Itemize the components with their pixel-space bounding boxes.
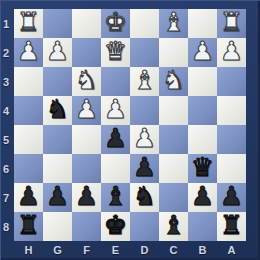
white-queen-e2[interactable]: ♛	[104, 37, 127, 66]
white-bishop-c1[interactable]: ♝	[162, 8, 185, 37]
square-d7[interactable]: ♞	[130, 183, 159, 212]
square-b3[interactable]	[188, 67, 217, 96]
square-h6[interactable]	[14, 154, 43, 183]
square-c1[interactable]: ♝	[159, 9, 188, 38]
square-e8[interactable]: ♚	[101, 212, 130, 241]
black-pawn-d6[interactable]: ♟	[133, 153, 156, 182]
white-rook-a1[interactable]: ♜	[220, 8, 243, 37]
rank-label-8: 8	[0, 212, 14, 241]
square-f1[interactable]	[72, 9, 101, 38]
square-f2[interactable]	[72, 38, 101, 67]
black-king-e8[interactable]: ♚	[104, 211, 127, 240]
square-e4[interactable]: ♟	[101, 96, 130, 125]
square-h2[interactable]: ♟	[14, 38, 43, 67]
square-f6[interactable]	[72, 154, 101, 183]
rank-label-1: 1	[0, 9, 14, 38]
file-label-c: C	[159, 241, 188, 260]
white-pawn-e4[interactable]: ♟	[104, 95, 127, 124]
file-label-f: F	[72, 241, 101, 260]
black-knight-g4[interactable]: ♞	[46, 95, 69, 124]
file-label-d: D	[130, 241, 159, 260]
white-pawn-a2[interactable]: ♟	[220, 37, 243, 66]
white-knight-c3[interactable]: ♞	[162, 66, 185, 95]
rank-label-4: 4	[0, 96, 14, 125]
rank-label-5: 5	[0, 125, 14, 154]
black-pawn-g7[interactable]: ♟	[46, 182, 69, 211]
white-bishop-d3[interactable]: ♝	[133, 66, 156, 95]
square-a1[interactable]: ♜	[217, 9, 246, 38]
square-d1[interactable]	[130, 9, 159, 38]
black-queen-b6[interactable]: ♛	[191, 153, 214, 182]
white-pawn-b2[interactable]: ♟	[191, 37, 214, 66]
square-c2[interactable]	[159, 38, 188, 67]
white-rook-h1[interactable]: ♜	[17, 8, 40, 37]
square-c3[interactable]: ♞	[159, 67, 188, 96]
white-pawn-d5[interactable]: ♟	[133, 124, 156, 153]
square-h7[interactable]: ♟	[14, 183, 43, 212]
square-b7[interactable]: ♟	[188, 183, 217, 212]
black-knight-d7[interactable]: ♞	[133, 182, 156, 211]
square-h5[interactable]	[14, 125, 43, 154]
square-e6[interactable]	[101, 154, 130, 183]
square-h4[interactable]	[14, 96, 43, 125]
square-a6[interactable]	[217, 154, 246, 183]
file-label-b: B	[188, 241, 217, 260]
square-e2[interactable]: ♛	[101, 38, 130, 67]
file-label-a: A	[217, 241, 246, 260]
square-e1[interactable]: ♚	[101, 9, 130, 38]
rank-label-6: 6	[0, 154, 14, 183]
square-d4[interactable]	[130, 96, 159, 125]
square-e3[interactable]	[101, 67, 130, 96]
square-b6[interactable]: ♛	[188, 154, 217, 183]
white-pawn-h2[interactable]: ♟	[17, 37, 40, 66]
white-knight-f3[interactable]: ♞	[75, 66, 98, 95]
square-h1[interactable]: ♜	[14, 9, 43, 38]
square-e5[interactable]: ♟	[101, 125, 130, 154]
square-d2[interactable]	[130, 38, 159, 67]
white-pawn-f4[interactable]: ♟	[75, 95, 98, 124]
white-king-e1[interactable]: ♚	[104, 8, 127, 37]
square-d5[interactable]: ♟	[130, 125, 159, 154]
square-a8[interactable]: ♜	[217, 212, 246, 241]
square-d3[interactable]: ♝	[130, 67, 159, 96]
square-a4[interactable]	[217, 96, 246, 125]
file-label-g: G	[43, 241, 72, 260]
black-pawn-a7[interactable]: ♟	[220, 182, 243, 211]
square-g7[interactable]: ♟	[43, 183, 72, 212]
rank-label-3: 3	[0, 67, 14, 96]
square-a2[interactable]: ♟	[217, 38, 246, 67]
square-g1[interactable]	[43, 9, 72, 38]
file-label-h: H	[14, 241, 43, 260]
rank-label-2: 2	[0, 38, 14, 67]
square-d6[interactable]: ♟	[130, 154, 159, 183]
chess-board-frame: ♜♚♝♜♟♟♛♟♟♞♝♞♞♟♟♟♟♟♛♟♟♟♝♞♟♟♜♚♝♜12345678HG…	[0, 0, 260, 260]
square-h8[interactable]: ♜	[14, 212, 43, 241]
chess-board: ♜♚♝♜♟♟♛♟♟♞♝♞♞♟♟♟♟♟♛♟♟♟♝♞♟♟♜♚♝♜12345678HG…	[0, 0, 260, 260]
square-g6[interactable]	[43, 154, 72, 183]
square-g3[interactable]	[43, 67, 72, 96]
square-d8[interactable]	[130, 212, 159, 241]
black-bishop-e7[interactable]: ♝	[104, 182, 127, 211]
square-f8[interactable]	[72, 212, 101, 241]
black-pawn-e5[interactable]: ♟	[104, 124, 127, 153]
square-a7[interactable]: ♟	[217, 183, 246, 212]
square-c6[interactable]	[159, 154, 188, 183]
square-a3[interactable]	[217, 67, 246, 96]
black-pawn-b7[interactable]: ♟	[191, 182, 214, 211]
square-g4[interactable]: ♞	[43, 96, 72, 125]
square-c8[interactable]: ♝	[159, 212, 188, 241]
file-label-e: E	[101, 241, 130, 260]
square-g8[interactable]	[43, 212, 72, 241]
black-pawn-h7[interactable]: ♟	[17, 182, 40, 211]
white-pawn-g2[interactable]: ♟	[46, 37, 69, 66]
black-pawn-f7[interactable]: ♟	[75, 182, 98, 211]
square-c5[interactable]	[159, 125, 188, 154]
square-b2[interactable]: ♟	[188, 38, 217, 67]
black-bishop-c8[interactable]: ♝	[162, 211, 185, 240]
black-rook-a8[interactable]: ♜	[220, 211, 243, 240]
square-f4[interactable]: ♟	[72, 96, 101, 125]
square-b8[interactable]	[188, 212, 217, 241]
black-rook-h8[interactable]: ♜	[17, 211, 40, 240]
square-b1[interactable]	[188, 9, 217, 38]
square-g5[interactable]	[43, 125, 72, 154]
square-f7[interactable]: ♟	[72, 183, 101, 212]
square-h3[interactable]	[14, 67, 43, 96]
square-f3[interactable]: ♞	[72, 67, 101, 96]
rank-label-7: 7	[0, 183, 14, 212]
square-g2[interactable]: ♟	[43, 38, 72, 67]
square-c4[interactable]	[159, 96, 188, 125]
square-b5[interactable]	[188, 125, 217, 154]
square-c7[interactable]	[159, 183, 188, 212]
square-e7[interactable]: ♝	[101, 183, 130, 212]
square-b4[interactable]	[188, 96, 217, 125]
square-a5[interactable]	[217, 125, 246, 154]
square-f5[interactable]	[72, 125, 101, 154]
